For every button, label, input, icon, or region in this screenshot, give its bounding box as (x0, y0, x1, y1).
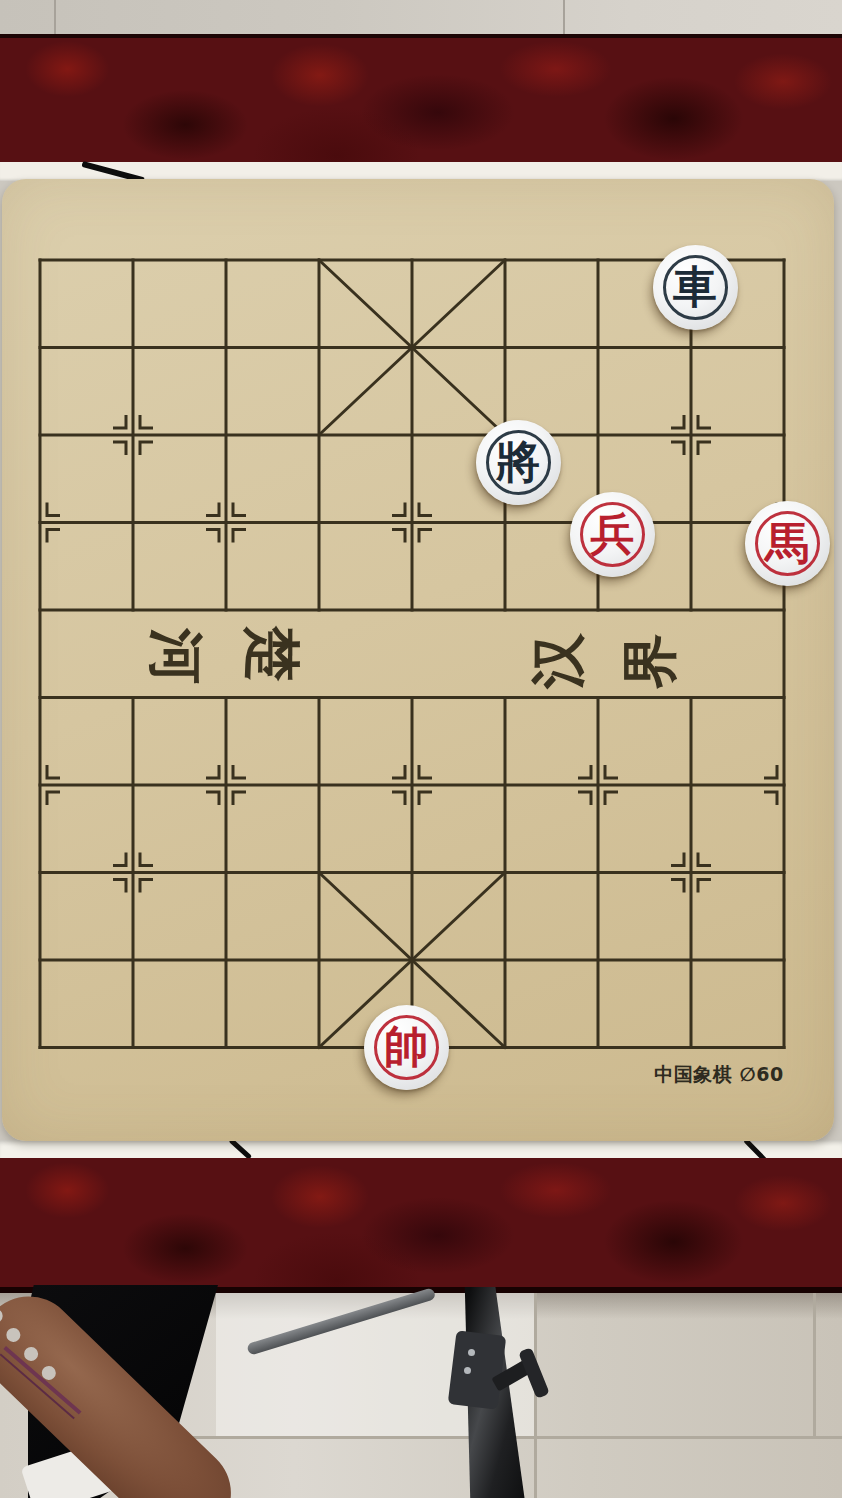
star-point-mark (113, 880, 126, 893)
star-point-mark (419, 530, 432, 543)
star-point-mark (47, 503, 60, 516)
star-point-mark (140, 880, 153, 893)
black-general-piece[interactable]: 將 (476, 420, 561, 505)
star-point-mark (578, 765, 591, 778)
star-point-mark (233, 792, 246, 805)
star-point-mark (578, 792, 591, 805)
star-point-mark (419, 503, 432, 516)
star-point-mark (233, 530, 246, 543)
star-point-mark (47, 765, 60, 778)
star-point-mark (698, 880, 711, 893)
star-point-mark (764, 792, 777, 805)
river-label-jie: 界 (618, 629, 682, 693)
star-point-mark (233, 503, 246, 516)
star-point-mark (671, 415, 684, 428)
star-point-mark (392, 765, 405, 778)
piece-glyph: 車 (653, 245, 738, 330)
star-point-mark (419, 792, 432, 805)
star-point-mark (113, 442, 126, 455)
star-point-mark (140, 415, 153, 428)
red-horse-piece[interactable]: 馬 (745, 501, 830, 586)
star-point-mark (698, 853, 711, 866)
star-point-mark (206, 530, 219, 543)
board-brand-label: 中国象棋 ∅60 (648, 1062, 790, 1088)
red-general-piece[interactable]: 帥 (364, 1005, 449, 1090)
star-point-mark (206, 503, 219, 516)
river-label-han: 汉 (526, 629, 590, 693)
piece-glyph: 兵 (570, 492, 655, 577)
star-point-mark (47, 530, 60, 543)
star-point-mark (113, 853, 126, 866)
star-point-mark (698, 415, 711, 428)
star-point-mark (671, 442, 684, 455)
star-point-mark (764, 765, 777, 778)
star-point-mark (605, 765, 618, 778)
red-soldier-piece[interactable]: 兵 (570, 492, 655, 577)
star-point-mark (392, 530, 405, 543)
piece-glyph: 馬 (745, 501, 830, 586)
piece-glyph: 將 (476, 420, 561, 505)
star-point-mark (419, 765, 432, 778)
star-point-mark (233, 765, 246, 778)
piece-glyph: 帥 (364, 1005, 449, 1090)
star-point-mark (698, 442, 711, 455)
star-point-mark (605, 792, 618, 805)
star-point-mark (392, 503, 405, 516)
river-label-chu: 楚 (240, 622, 304, 686)
star-point-mark (671, 853, 684, 866)
star-point-mark (113, 415, 126, 428)
board-layer: 河 楚 汉 界 中国象棋 ∅60 車將兵馬帥 (0, 0, 842, 1498)
star-point-mark (206, 792, 219, 805)
star-point-mark (206, 765, 219, 778)
river-label-he: 河 (144, 624, 208, 688)
star-point-mark (671, 880, 684, 893)
star-point-mark (140, 442, 153, 455)
scene: 河 楚 汉 界 中国象棋 ∅60 車將兵馬帥 (0, 0, 842, 1498)
star-point-mark (140, 853, 153, 866)
star-point-mark (392, 792, 405, 805)
black-chariot-piece[interactable]: 車 (653, 245, 738, 330)
star-point-mark (47, 792, 60, 805)
